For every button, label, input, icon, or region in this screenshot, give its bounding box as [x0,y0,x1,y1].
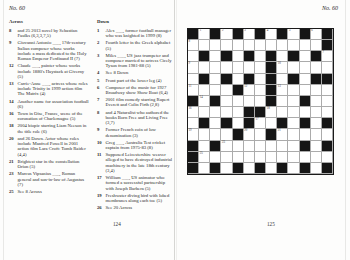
grid-cell [300,85,311,96]
across-header: Across [9,19,89,24]
grid-cell-black [244,51,255,62]
clue-number: 9 [97,127,99,132]
clue-item: 9Former French coin of low denomination … [97,127,174,138]
grid-cell [288,107,299,118]
grid-cell [244,62,255,73]
grid-cell [322,107,333,118]
grid-cell [266,118,277,129]
grid-cell-black [233,29,244,40]
clue-text: Freshwater diving bird with lobed membra… [106,193,170,203]
grid-cell-number: 13 [278,85,281,88]
grid-cell [288,163,299,174]
grid-cell-number: 21 [278,129,281,132]
grid-cell [288,40,299,51]
grid-cell-number: 16 [189,107,192,110]
page-number-right: 125 [267,221,275,227]
grid-cell: 8 [188,40,199,51]
grid-cell [322,62,333,73]
clue-text: Brightest star in the constellation Orio… [18,159,80,169]
grid-cell [300,107,311,118]
grid-cell-black [199,118,210,129]
clue-number: 12 [9,63,14,68]
grid-cell-number: 19 [189,129,192,132]
clue-number: 13 [9,81,14,86]
grid-cell [233,152,244,163]
clue-item: 10Greg ___, Australia Test cricket capta… [97,140,174,151]
grid-cell-number: 23 [222,141,225,144]
grid-cell [255,85,266,96]
grid-cell-black [221,51,232,62]
grid-cell [311,62,322,73]
grid-cell-number: 18 [267,107,270,110]
grid-cell [277,96,288,107]
grid-cell [221,85,232,96]
grid-cell [221,163,232,174]
clue-number: 2 [97,40,99,45]
grid-cell [233,107,244,118]
clue-item: 9Giovanni Antonio ___, 17th-century Ital… [9,40,89,61]
grid-cell [311,85,322,96]
grid-cell [311,107,322,118]
clue-number: 18 [9,123,14,128]
grid-cell: 17 [255,118,266,129]
grid-cell-black [188,152,199,163]
clue-text: Fourth letter in the Greek alphabet (5) [106,40,171,50]
grid-cell [255,152,266,163]
crossword-grid: 12345687910111213141618171920212325 [187,28,334,175]
clue-number: 8 [9,28,11,33]
grid-cell [288,129,299,140]
page-number-left: 124 [113,221,121,227]
down-header: Down [97,19,174,24]
grid-cell: 21 [277,129,288,140]
grid-cell [233,74,244,85]
grid-cell [300,40,311,51]
grid-cell: 12 [244,85,255,96]
grid-cell-black [322,29,333,40]
grid-cell [300,152,311,163]
gutter-highlight [176,0,177,260]
grid-cell [244,96,255,107]
grid-cell [277,40,288,51]
grid-cell-number: 8 [189,40,191,43]
grid-cell [311,163,322,174]
grid-cell-black [255,163,266,174]
grid-cell [255,96,266,107]
grid-cell [288,85,299,96]
clue-number: 21 [9,159,14,164]
clue-number: 5 [97,78,99,83]
clue-number: 14 [9,99,14,104]
grid-cell-black [300,29,311,40]
grid-cell-black [266,85,277,96]
grid-cell [233,51,244,62]
grid-cell-number: 5 [289,29,291,32]
grid-cell-number: 2 [222,29,224,32]
grid-cell [255,74,266,85]
grid-cell-black [188,141,199,152]
grid-cell-number: 11 [189,85,192,88]
grid-cell-number: 9 [189,62,191,65]
grid-cell [277,152,288,163]
grid-cell-black [244,107,255,118]
grid-cell [300,129,311,140]
clue-item: 12Claude ___, painter whose works includ… [9,63,89,79]
grid-cell [221,96,232,107]
clue-text: 2001 film comedy starring Rupert Everett… [106,97,170,107]
clue-item: 11Supposed Leicestershire weaver alleged… [97,152,174,173]
clue-text: Greg ___, Australia Test cricket captain… [106,140,166,150]
grid-cell-black [233,163,244,174]
grid-cell-black [311,74,322,85]
grid-cell [255,62,266,73]
grid-cell [311,96,322,107]
grid-cell [221,129,232,140]
clue-text: William ___, US animator who formed a su… [106,175,165,191]
clue-item: 8and 25 2013 novel by Sebastian Faulks (… [9,28,89,39]
grid-cell [288,152,299,163]
grid-cell: 6 [311,29,322,40]
grid-cell [199,40,210,51]
clue-number: 11 [97,152,101,157]
grid-cell [300,51,311,62]
clue-number: 8 [97,110,99,115]
grid-cell-black [233,129,244,140]
clue-text: 2004 biopic starring Liam Neeson in the … [18,123,87,133]
grid-cell [210,74,221,85]
grid-cell-black [300,141,311,152]
grid-cell [244,152,255,163]
grid-cell [210,152,221,163]
grid-cell: 13 [277,85,288,96]
grid-cell-black [221,74,232,85]
clue-number: 3 [97,53,99,58]
clue-item: 19Freshwater diving bird with lobed memb… [97,193,174,204]
clue-number: 20 [9,136,14,141]
grid-cell-black [233,85,244,96]
grid-cell [244,163,255,174]
grid-cell: 23 [221,141,232,152]
clue-text: See 8 Down [106,70,129,75]
grid-cell-black [322,163,333,174]
grid-cell [244,40,255,51]
grid-cell: 14 [199,96,210,107]
clue-item: 3Miles ___, US jazz trumpeter and compos… [97,53,174,69]
grid-cell [255,141,266,152]
grid-cell-black [288,51,299,62]
grid-cell [322,129,333,140]
clue-number: 6 [97,85,99,90]
grid-cell-black [255,29,266,40]
grid-cell [233,118,244,129]
grid-cell [244,141,255,152]
grid-cell [255,40,266,51]
clue-text: and 25 2013 novel by Sebastian Faulks (6… [18,28,78,38]
clue-item: 21Brightest star in the constellation Or… [9,159,89,170]
grid-cell [221,40,232,51]
grid-cell [210,40,221,51]
grid-cell-black [199,51,210,62]
grid-cell [277,141,288,152]
grid-cell-black [210,141,221,152]
grid-cell [221,107,232,118]
grid-cell-black [322,74,333,85]
clue-text: Marcus Vipsanius ___, Roman general and … [18,171,85,187]
grid-cell [233,62,244,73]
clue-number: 10 [97,140,102,145]
clue-text: Miles ___, US jazz trumpeter and compose… [106,53,172,69]
clue-item: 182004 biopic starring Liam Neeson in th… [9,123,89,134]
grid-cell [288,141,299,152]
grid-cell [233,141,244,152]
clue-text: See 20 Across [106,205,133,210]
clue-item: 17William ___, US animator who formed a … [97,175,174,191]
grid-cell-black [300,96,311,107]
across-clue-list: 8and 25 2013 novel by Sebastian Faulks (… [9,28,89,194]
grid-cell [233,40,244,51]
clue-number: 9 [9,40,11,45]
grid-cell: 11 [188,85,199,96]
grid-cell-black [210,29,221,40]
grid-cell [288,96,299,107]
puzzle-label-left: No. 60 [9,5,25,11]
clue-item: 2Fourth letter in the Greek alphabet (5) [97,40,174,51]
clue-number: 23 [9,171,14,176]
clue-item: 16Town in Oise, France, scene of the cor… [9,111,89,122]
grid-cell: 5 [288,29,299,40]
grid-cell [210,118,221,129]
grid-cell-number: 10 [278,62,281,65]
down-clues-column: Down 1Alex ___, former football manager … [97,19,174,212]
grid-cell [199,107,210,118]
grid-cell [210,107,221,118]
grid-cell: 20 [244,129,255,140]
grid-cell: 19 [188,129,199,140]
gutter [174,0,175,260]
grid-cell [322,96,333,107]
clue-item: 23Marcus Vipsanius ___, Roman general an… [9,171,89,187]
grid-cell-black [210,96,221,107]
grid-cell-number: 1 [200,29,202,32]
clue-text: Former French coin of low denomination (… [106,127,157,137]
grid-cell [322,152,333,163]
grid-cell: 3 [244,29,255,40]
grid-cell [210,85,221,96]
grid-cell: 7 [322,51,333,62]
grid-cell: 9 [188,62,199,73]
grid-cell [199,141,210,152]
puzzle-label-right: No. 60 [306,5,338,11]
grid-cell-number: 17 [256,118,259,121]
grid-cell [322,85,333,96]
grid-cell [255,129,266,140]
grid-cell-number: 7 [322,51,324,54]
clue-item: 13Carrie-Anne ___, actress whose roles i… [9,81,89,97]
grid-cell: 1 [199,29,210,40]
clue-item: 6Composer of the music for 1927 Broadway… [97,85,174,96]
grid-cell-black [311,51,322,62]
grid-cell-black [266,62,277,73]
grid-cell-black [300,118,311,129]
grid-cell [288,62,299,73]
grid-cell-black [288,74,299,85]
grid-cell [233,96,244,107]
grid-cell [221,152,232,163]
grid-cell [311,152,322,163]
grid-cell-black [266,51,277,62]
grid-cell-black [266,74,277,85]
clue-number: 7 [97,97,99,102]
grid-cell [311,40,322,51]
clue-text: and 26 Down. Actor whose roles include M… [18,136,86,157]
grid-cell-number: 12 [244,85,247,88]
grid-cell [288,118,299,129]
grid-cell: 4 [266,29,277,40]
clue-item: 72001 film comedy starring Rupert Everet… [97,97,174,108]
clue-number: 1 [97,28,99,33]
grid-cell: 10 [277,62,288,73]
grid-cell [300,74,311,85]
clue-item: 4See 8 Down [97,70,174,75]
grid-cell [311,129,322,140]
grid-cell: 16 [188,107,199,118]
clue-text: Another name for association football (6… [18,99,89,109]
grid-cell [210,62,221,73]
clue-text: See 8 Across [18,189,42,194]
clue-item: 1Alex ___, former football manager who w… [97,28,174,39]
left-page-edge [3,0,4,260]
grid-cell-number: 3 [244,29,246,32]
clue-text: and 4 Naturalist who authored the books … [106,110,170,126]
clue-number: 25 [9,189,14,194]
grid-cell [199,62,210,73]
clue-item: 26See 20 Across [97,205,174,210]
clue-text: Carrie-Anne ___, actress whose roles inc… [18,81,88,97]
grid-cell-black [277,29,288,40]
clue-number: 26 [97,205,102,210]
grid-cell-number: 6 [311,29,313,32]
grid-cell: 2 [221,29,232,40]
clue-number: 17 [97,175,102,180]
grid-cell [221,62,232,73]
grid-cell [266,152,277,163]
grid-cell [300,62,311,73]
grid-cell [266,40,277,51]
clue-text: Claude ___, painter whose works include … [18,63,85,79]
grid-cell [266,163,277,174]
clue-text: Town in Oise, France, scene of the coron… [18,111,83,121]
grid-cell [311,118,322,129]
grid-cell-black [322,141,333,152]
clue-text: Front part of the lower leg (4) [106,78,162,83]
clue-text: Alex ___, former football manager who wa… [106,28,171,38]
grid-cell-black [300,163,311,174]
grid-cell [199,129,210,140]
grid-cell-black [266,129,277,140]
clue-item: 14Another name for association football … [9,99,89,110]
clue-number: 4 [97,70,99,75]
clue-item: 8and 4 Naturalist who authored the books… [97,110,174,126]
down-clue-list: 1Alex ___, former football manager who w… [97,28,174,211]
grid-cell [277,107,288,118]
clue-text: Composer of the music for 1927 Broadway … [106,85,168,95]
clue-item: 25See 8 Across [9,189,89,194]
grid-cell-number: 25 [200,152,203,155]
grid-cell-black [322,118,333,129]
clue-text: Giovanni Antonio ___, 17th-century Itali… [18,40,87,61]
grid-cell-black [188,163,199,174]
clue-item: 5Front part of the lower leg (4) [97,78,174,83]
grid-cell-black [221,118,232,129]
grid-cell [210,51,221,62]
grid-cell [255,51,266,62]
grid-cell: 18 [266,107,277,118]
across-clues-column: Across 8and 25 2013 novel by Sebastian F… [9,19,89,196]
clue-text: Supposed Leicestershire weaver alleged t… [106,152,173,173]
grid-cell-black [199,74,210,85]
grid-cell-number: 20 [244,129,247,132]
grid-cell [266,141,277,152]
grid-cell-black [277,163,288,174]
right-page-edge [345,0,346,260]
grid-cell-number: 14 [200,96,203,99]
grid-cell [311,141,322,152]
grid-cell [210,129,221,140]
grid-cell-number: 4 [267,29,269,32]
grid-cell [199,163,210,174]
grid-cell-black [210,163,221,174]
clue-number: 16 [9,111,14,116]
grid-cell: 25 [199,152,210,163]
clue-item: 20and 26 Down. Actor whose roles include… [9,136,89,157]
clue-number: 19 [97,193,102,198]
